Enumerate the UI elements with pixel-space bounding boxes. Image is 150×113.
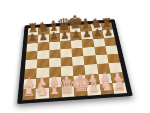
square-e6[interactable] bbox=[71, 40, 83, 49]
square-a7[interactable]: ♟ bbox=[27, 35, 38, 43]
piece-black-pawn-h7[interactable]: ♟ bbox=[104, 27, 114, 38]
square-f7[interactable]: ♟ bbox=[81, 31, 93, 39]
piece-black-pawn-g7[interactable]: ♟ bbox=[93, 28, 103, 39]
piece-black-pawn-f7[interactable]: ♟ bbox=[82, 28, 92, 39]
square-d4[interactable] bbox=[60, 57, 72, 67]
square-g1[interactable]: ♞ bbox=[99, 83, 114, 95]
piece-black-pawn-e7[interactable]: ♟ bbox=[71, 29, 81, 40]
square-h1[interactable]: ♜ bbox=[112, 82, 127, 94]
square-c4[interactable] bbox=[49, 58, 61, 68]
chess-set: ♜♞♝♛♚♝♞♜♟♟♟♟♟♟♟♟♟♟♟♟♟♟♟♟♜♞♝♛♚♝♞♜ bbox=[17, 19, 133, 104]
square-h7[interactable]: ♟ bbox=[102, 30, 114, 38]
square-d7[interactable]: ♟ bbox=[60, 33, 71, 41]
piece-black-pawn-b7[interactable]: ♟ bbox=[38, 31, 48, 42]
square-c7[interactable]: ♟ bbox=[49, 33, 60, 41]
piece-black-pawn-d7[interactable]: ♟ bbox=[60, 30, 70, 41]
square-e7[interactable]: ♟ bbox=[70, 32, 81, 40]
chess-board: ♜♞♝♛♚♝♞♜♟♟♟♟♟♟♟♟♟♟♟♟♟♟♟♟♜♞♝♛♚♝♞♜ bbox=[22, 23, 127, 101]
piece-black-pawn-a7[interactable]: ♟ bbox=[27, 32, 37, 43]
piece-black-pawn-c7[interactable]: ♟ bbox=[49, 31, 59, 42]
square-g7[interactable]: ♟ bbox=[92, 30, 104, 38]
board-frame: ♜♞♝♛♚♝♞♜♟♟♟♟♟♟♟♟♟♟♟♟♟♟♟♟♜♞♝♛♚♝♞♜ bbox=[17, 19, 133, 104]
photo-background: ♜♞♝♛♚♝♞♜♟♟♟♟♟♟♟♟♟♟♟♟♟♟♟♟♜♞♝♛♚♝♞♜ bbox=[0, 0, 150, 113]
piece-white-rook-h1[interactable]: ♜ bbox=[113, 77, 127, 93]
square-b7[interactable]: ♟ bbox=[38, 34, 49, 42]
